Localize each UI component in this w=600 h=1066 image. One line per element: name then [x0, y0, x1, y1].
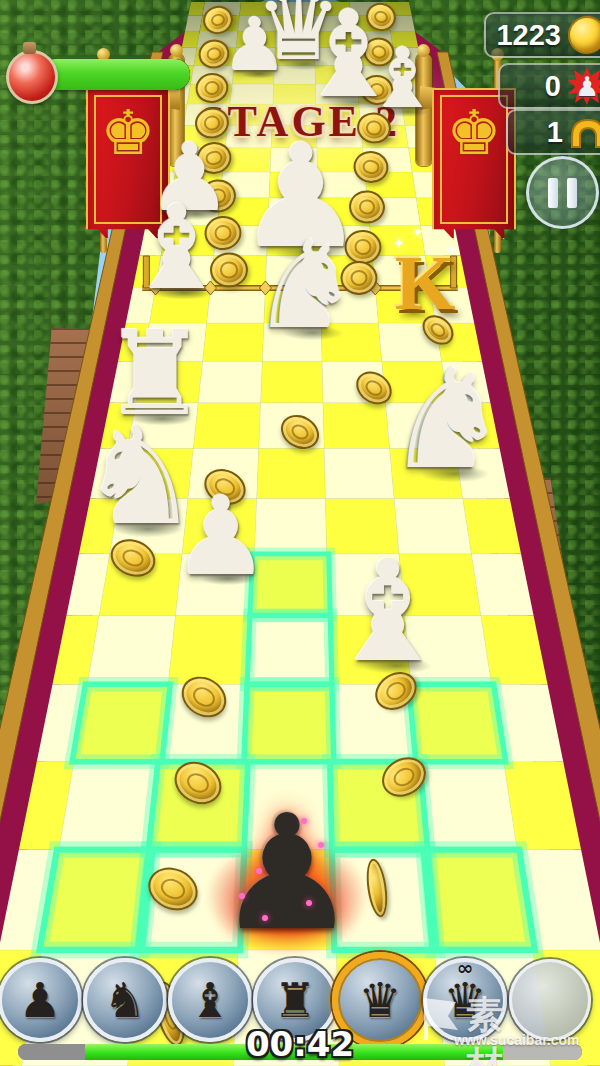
coin-icon: [568, 16, 600, 54]
health-fill: [40, 59, 190, 90]
board-cell: [386, 403, 456, 449]
highlight-square: [250, 554, 330, 616]
board-cell: [399, 554, 481, 616]
board-cell: [425, 15, 467, 31]
board-cell: [422, 0, 462, 15]
board-cell: [394, 498, 471, 553]
board-cell: [269, 172, 318, 198]
right-gate-finial: [417, 44, 430, 57]
board-cell: [136, 361, 203, 403]
board-cell: [254, 498, 326, 553]
board-cell: [324, 448, 394, 498]
pause-button[interactable]: [526, 156, 599, 229]
piece-shadow: [274, 244, 347, 262]
board-cell: [277, 0, 314, 15]
board-cell: [314, 31, 354, 48]
captures-counter: 0 ♟: [498, 63, 600, 109]
board-cell: [168, 615, 252, 684]
sparkle-icon: ✦: [412, 224, 424, 240]
sparkle-icon: ✦: [393, 235, 405, 251]
coin: [210, 253, 248, 288]
board-cell: [193, 403, 260, 449]
highlight-square: [409, 684, 506, 761]
piece-shadow: [420, 466, 490, 483]
board-cell: [165, 0, 205, 15]
red-spark: [318, 842, 324, 848]
board-cell: [203, 323, 264, 361]
board-cell: [207, 288, 266, 323]
board-cell: [325, 498, 399, 553]
board-cell: [238, 15, 277, 31]
piece-shadow: [241, 70, 278, 79]
board-cell: [270, 148, 317, 172]
rook-icon: ♜: [273, 976, 316, 1024]
red-spark: [262, 915, 268, 921]
board-cell: [382, 361, 448, 403]
coins-value: 1223: [496, 19, 561, 52]
board-cell: [257, 448, 326, 498]
red-spark: [239, 893, 245, 899]
watermark-text: 素材吧: [466, 990, 505, 1066]
left-fence-post: [143, 256, 149, 288]
board-cell: [240, 0, 278, 15]
red-spark: [301, 818, 307, 824]
coins-counter: 1223: [484, 12, 600, 58]
board-cell: [249, 615, 330, 684]
board-cell: [182, 498, 257, 553]
board-cell: [242, 762, 334, 850]
coin: [341, 261, 378, 295]
knight-icon: ♞: [103, 976, 146, 1024]
gates-counter: 1: [506, 109, 600, 155]
board-cell: [234, 48, 275, 66]
board-cell: [276, 15, 314, 31]
board-cell: [313, 0, 350, 15]
board-cell: [275, 31, 314, 48]
board-cell: [162, 15, 203, 31]
pause-icon: [548, 178, 558, 208]
piece-shadow: [280, 58, 329, 70]
red-spark: [256, 868, 262, 874]
board-cell: [198, 361, 262, 403]
board-cell: [405, 615, 492, 684]
pawn-icon: ♟: [18, 976, 61, 1024]
bishop-icon: ♝: [188, 976, 231, 1024]
piece-shadow: [114, 521, 183, 538]
captures-value: 0: [545, 70, 561, 103]
board-cell: [236, 31, 276, 48]
highlight-square: [244, 684, 334, 761]
board-cell: [323, 403, 390, 449]
board-cell: [264, 288, 321, 323]
board-cell: [156, 256, 214, 288]
board-cell: [143, 323, 207, 361]
board-cell: [327, 554, 405, 616]
potion-cork: [23, 42, 36, 54]
board-cell: [268, 198, 319, 226]
left-gate-finial: [170, 44, 183, 57]
highlight-square: [424, 850, 535, 950]
board-cell: [261, 361, 323, 403]
sparkle-icon: ✦: [446, 242, 458, 258]
red-spark: [306, 900, 312, 906]
game-screen: ♚ ♚ STAGE 2 ♟♛♝♝♟♝♟♞♜♞♞♟♝♟K✦✦✦ 1223 0 ♟ …: [0, 0, 600, 1066]
piece-shadow: [282, 325, 344, 340]
captured-pawn-burst-icon: ♟: [568, 67, 600, 105]
health-potion-icon: [6, 50, 58, 104]
board-cell: [87, 615, 175, 684]
board-cell: [314, 15, 353, 31]
highlight-square: [72, 684, 170, 761]
player-red-glow-core: [235, 870, 340, 940]
board-cell: [320, 288, 378, 323]
queen-icon: ♛: [358, 976, 401, 1024]
health-bar: [40, 59, 190, 90]
infinity-badge: ∞: [457, 956, 474, 980]
board-cell: [428, 31, 471, 48]
board-cell: [119, 448, 193, 498]
gold-gate-icon: [570, 115, 600, 149]
gates-value: 1: [547, 116, 563, 149]
watermark-url: www.sucaibar.com: [454, 1032, 580, 1048]
